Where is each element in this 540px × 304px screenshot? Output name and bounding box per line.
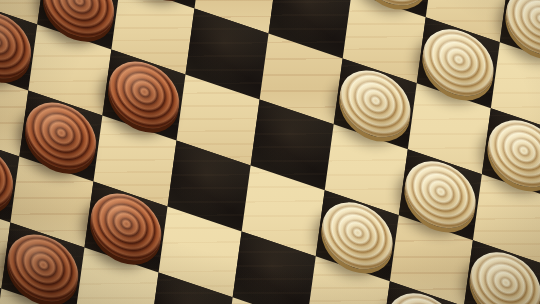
checkers-board-photo [0, 0, 540, 304]
checkers-board [0, 0, 540, 304]
